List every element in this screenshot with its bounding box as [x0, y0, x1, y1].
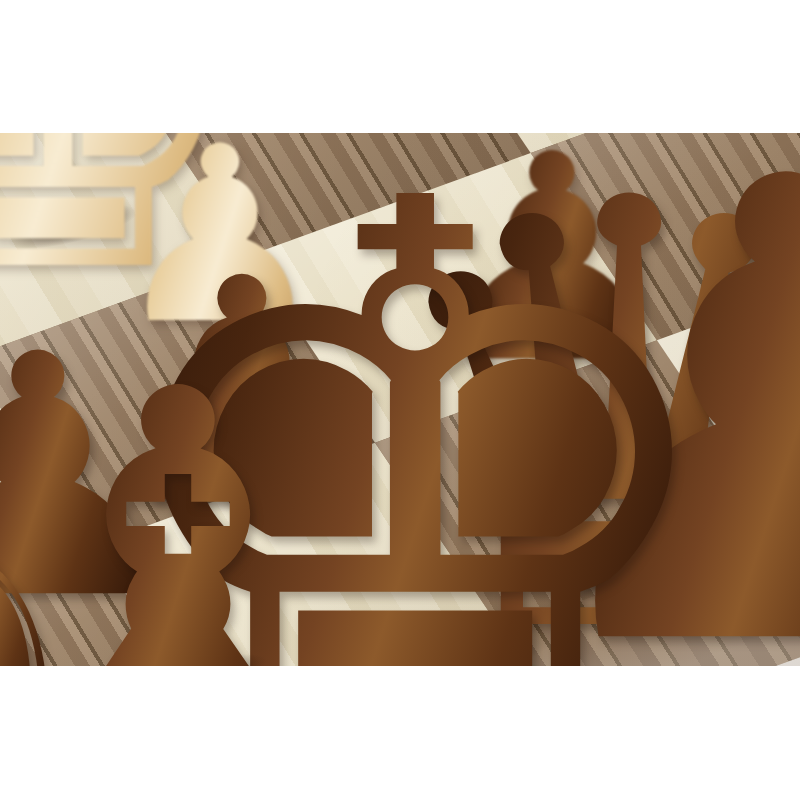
screenshot: ♚♟♟♞♝♟♚♟♛♟ [0, 0, 800, 800]
top-white-band [0, 0, 800, 133]
chess-photo: ♚♟♟♞♝♟♚♟♛♟ [0, 133, 800, 666]
bottom-white-band [0, 666, 800, 800]
piece-black-bishop: ♝ [0, 331, 384, 666]
